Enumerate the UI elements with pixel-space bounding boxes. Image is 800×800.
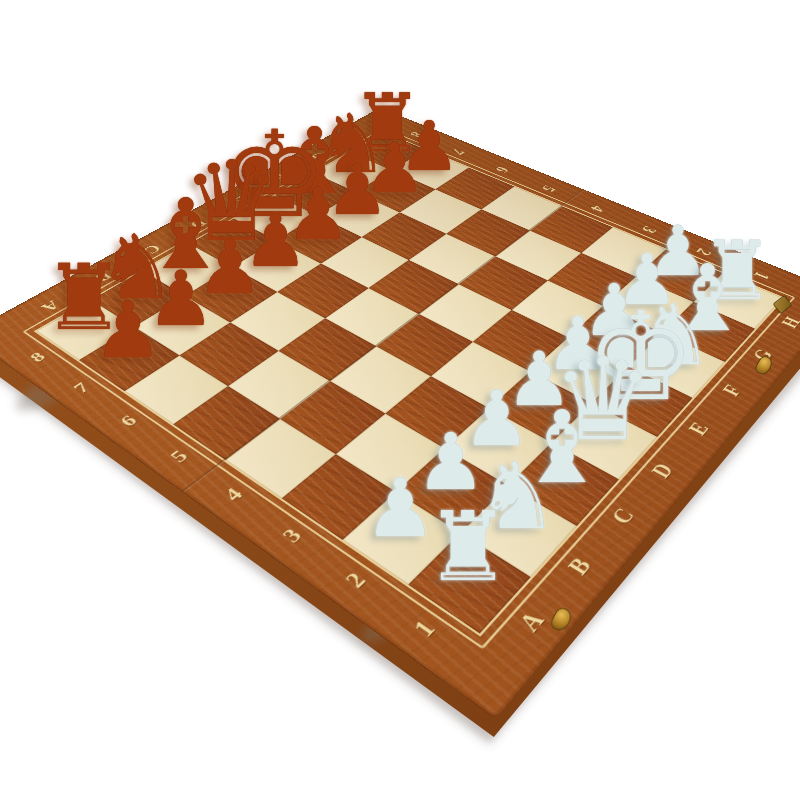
rank-label-left-1: 1	[407, 615, 443, 643]
file-label-near-a: A	[512, 606, 552, 638]
rank-label-left-3: 3	[276, 524, 308, 548]
rank-label-right-5: 5	[537, 183, 560, 194]
rank-label-right-3: 3	[637, 224, 661, 236]
file-label-near-h: H	[776, 314, 800, 332]
file-label-near-b: B	[561, 552, 598, 580]
rank-label-left-8: 8	[25, 349, 50, 365]
rank-label-left-4: 4	[218, 484, 248, 506]
file-label-near-f: F	[716, 381, 747, 400]
file-label-near-d: D	[645, 459, 680, 483]
rank-label-left-6: 6	[115, 412, 142, 431]
file-label-far-b: B	[90, 269, 116, 284]
file-label-far-c: C	[139, 242, 165, 257]
file-label-far-f: F	[270, 172, 292, 183]
rank-label-right-6: 6	[491, 165, 513, 175]
file-label-far-d: D	[186, 217, 211, 231]
rank-label-right-2: 2	[691, 246, 716, 259]
file-label-far-g: G	[307, 151, 331, 163]
product-photo-scene: AA88BB77CC66DD55EE44FF33GG22HH11 ♜♞♝♛♚♝♞…	[0, 0, 800, 800]
file-label-far-a: A	[37, 298, 64, 315]
file-label-far-h: H	[343, 131, 366, 142]
file-label-near-e: E	[682, 418, 715, 439]
rank-label-right-1: 1	[748, 269, 774, 282]
rank-label-left-7: 7	[68, 379, 94, 397]
rank-label-right-4: 4	[586, 203, 609, 214]
rank-label-right-8: 8	[406, 130, 426, 139]
file-label-far-e: E	[229, 194, 253, 206]
file-label-near-c: C	[605, 503, 641, 529]
rank-label-right-7: 7	[448, 147, 469, 157]
rank-label-left-2: 2	[339, 567, 373, 593]
rank-label-left-5: 5	[165, 446, 194, 466]
